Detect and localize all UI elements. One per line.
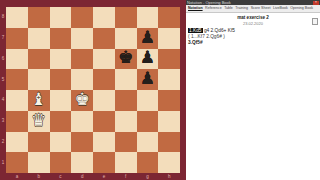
file-label-h: h — [168, 174, 171, 179]
rank-label-6: 6 — [2, 57, 5, 62]
square-e4[interactable] — [93, 90, 115, 111]
square-d3[interactable] — [71, 111, 93, 132]
square-b4[interactable]: ♝ — [28, 90, 50, 111]
square-e2[interactable] — [93, 132, 115, 153]
square-c3[interactable] — [50, 111, 72, 132]
chess-board-frame: ♟♚♟♟♝♚♛ 87654321abcdefgh — [0, 0, 186, 180]
notation-panel: Notation - Opening Book × NotationRefere… — [186, 0, 320, 180]
rank-label-4: 4 — [2, 98, 5, 103]
square-f3[interactable] — [115, 111, 137, 132]
square-f4[interactable] — [115, 90, 137, 111]
square-c2[interactable] — [50, 132, 72, 153]
file-label-a: a — [16, 174, 19, 179]
square-a4[interactable] — [6, 90, 28, 111]
square-a1[interactable] — [6, 152, 28, 173]
rank-label-8: 8 — [2, 15, 5, 20]
rank-label-3: 3 — [2, 119, 5, 124]
square-a6[interactable] — [6, 49, 28, 70]
square-e7[interactable] — [93, 28, 115, 49]
file-label-b: b — [37, 174, 40, 179]
black-pawn[interactable]: ♟ — [140, 70, 155, 87]
square-h6[interactable] — [158, 49, 180, 70]
tab-notation[interactable]: Notation — [188, 7, 203, 11]
square-a3[interactable] — [6, 111, 28, 132]
move-list: 1.Kd5 g4 2.Qd6+ Kf5 ( 1...Kf7 2.Qg6# ) 3… — [188, 28, 318, 47]
black-pawn[interactable]: ♟ — [140, 29, 155, 46]
square-f6[interactable]: ♚ — [115, 49, 137, 70]
square-b5[interactable] — [28, 69, 50, 90]
square-c5[interactable] — [50, 69, 72, 90]
current-move[interactable]: 1.Kd5 — [188, 28, 203, 33]
square-g1[interactable] — [137, 152, 159, 173]
square-b6[interactable] — [28, 49, 50, 70]
square-g2[interactable] — [137, 132, 159, 153]
square-d8[interactable] — [71, 7, 93, 28]
square-d1[interactable] — [71, 152, 93, 173]
final-move[interactable]: 3.Qf5# — [188, 40, 318, 46]
square-c1[interactable] — [50, 152, 72, 173]
rank-label-5: 5 — [2, 77, 5, 82]
square-d4[interactable]: ♚ — [71, 90, 93, 111]
square-d6[interactable] — [71, 49, 93, 70]
square-h4[interactable] — [158, 90, 180, 111]
tab-opening-book[interactable]: Opening Book — [290, 7, 313, 11]
tab-bar: NotationReferenceTableTrainingScore Shee… — [186, 5, 320, 13]
square-f8[interactable] — [115, 7, 137, 28]
square-f2[interactable] — [115, 132, 137, 153]
file-label-d: d — [81, 174, 84, 179]
square-e8[interactable] — [93, 7, 115, 28]
square-e1[interactable] — [93, 152, 115, 173]
file-label-g: g — [146, 174, 149, 179]
square-e3[interactable] — [93, 111, 115, 132]
square-f5[interactable] — [115, 69, 137, 90]
square-g6[interactable]: ♟ — [137, 49, 159, 70]
mainline-moves[interactable]: g4 2.Qd6+ Kf5 — [203, 28, 235, 33]
square-g5[interactable]: ♟ — [137, 69, 159, 90]
square-g7[interactable]: ♟ — [137, 28, 159, 49]
square-c8[interactable] — [50, 7, 72, 28]
square-c6[interactable] — [50, 49, 72, 70]
square-b8[interactable] — [28, 7, 50, 28]
square-a8[interactable] — [6, 7, 28, 28]
file-label-c: c — [59, 174, 61, 179]
square-h8[interactable] — [158, 7, 180, 28]
square-g3[interactable] — [137, 111, 159, 132]
tab-training[interactable]: Training — [235, 7, 248, 11]
black-pawn[interactable]: ♟ — [140, 49, 155, 66]
square-h7[interactable] — [158, 28, 180, 49]
square-d2[interactable] — [71, 132, 93, 153]
rank-label-2: 2 — [2, 140, 5, 145]
tab-livebook[interactable]: LiveBook — [273, 7, 288, 11]
tab-reference[interactable]: Reference — [205, 7, 222, 11]
square-d7[interactable] — [71, 28, 93, 49]
square-b2[interactable] — [28, 132, 50, 153]
tab-table[interactable]: Table — [224, 7, 233, 11]
square-c4[interactable] — [50, 90, 72, 111]
rank-label-7: 7 — [2, 36, 5, 41]
square-b3[interactable]: ♛ — [28, 111, 50, 132]
file-label-f: f — [125, 174, 126, 179]
square-h2[interactable] — [158, 132, 180, 153]
square-e5[interactable] — [93, 69, 115, 90]
square-a2[interactable] — [6, 132, 28, 153]
notation-content: mat exercise 2 23.02.2020 1.Kd5 g4 2.Qd6… — [186, 13, 320, 180]
square-g4[interactable] — [137, 90, 159, 111]
white-king[interactable]: ♚ — [75, 91, 90, 108]
square-d5[interactable] — [71, 69, 93, 90]
square-c7[interactable] — [50, 28, 72, 49]
square-g8[interactable] — [137, 7, 159, 28]
square-h5[interactable] — [158, 69, 180, 90]
close-icon[interactable]: × — [313, 1, 319, 5]
square-b1[interactable] — [28, 152, 50, 173]
tab-score-sheet[interactable]: Score Sheet — [251, 7, 271, 11]
panel-title: Notation - Opening Book — [187, 1, 313, 5]
chess-board[interactable]: ♟♚♟♟♝♚♛ — [6, 7, 180, 173]
square-f1[interactable] — [115, 152, 137, 173]
black-king[interactable]: ♚ — [118, 49, 133, 66]
document-icon[interactable] — [312, 18, 318, 25]
game-title: mat exercise 2 — [188, 15, 318, 20]
square-h1[interactable] — [158, 152, 180, 173]
file-label-e: e — [103, 174, 106, 179]
white-bishop[interactable]: ♝ — [31, 91, 46, 108]
square-a5[interactable] — [6, 69, 28, 90]
rank-label-1: 1 — [2, 160, 5, 165]
square-a7[interactable] — [6, 28, 28, 49]
square-h3[interactable] — [158, 111, 180, 132]
square-f7[interactable] — [115, 28, 137, 49]
square-b7[interactable] — [28, 28, 50, 49]
white-queen[interactable]: ♛ — [31, 112, 46, 129]
game-date: 23.02.2020 — [188, 21, 318, 26]
square-e6[interactable] — [93, 49, 115, 70]
